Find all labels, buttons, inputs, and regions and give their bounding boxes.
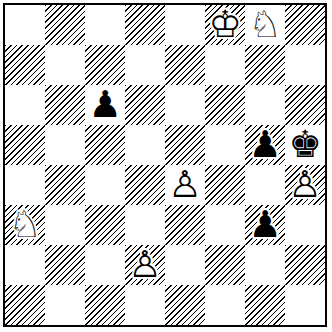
square-h6[interactable] bbox=[285, 85, 325, 125]
black-pawn: ♟ bbox=[85, 85, 125, 125]
square-f4[interactable] bbox=[205, 165, 245, 205]
square-f7[interactable] bbox=[205, 45, 245, 85]
square-g3[interactable]: ♟♟ bbox=[245, 205, 285, 245]
square-f6[interactable] bbox=[205, 85, 245, 125]
square-a7[interactable] bbox=[5, 45, 45, 85]
square-e7[interactable] bbox=[165, 45, 205, 85]
square-a6[interactable] bbox=[5, 85, 45, 125]
white-pawn: ♙ bbox=[125, 245, 165, 285]
square-e6[interactable] bbox=[165, 85, 205, 125]
square-f8[interactable]: ♚♔ bbox=[205, 5, 245, 45]
square-f1[interactable] bbox=[205, 285, 245, 325]
square-g1[interactable] bbox=[245, 285, 285, 325]
square-g6[interactable] bbox=[245, 85, 285, 125]
square-g4[interactable] bbox=[245, 165, 285, 205]
square-h1[interactable] bbox=[285, 285, 325, 325]
square-f2[interactable] bbox=[205, 245, 245, 285]
square-h2[interactable] bbox=[285, 245, 325, 285]
square-c8[interactable] bbox=[85, 5, 125, 45]
square-e3[interactable] bbox=[165, 205, 205, 245]
square-b3[interactable] bbox=[45, 205, 85, 245]
square-h8[interactable] bbox=[285, 5, 325, 45]
square-e1[interactable] bbox=[165, 285, 205, 325]
square-a3[interactable]: ♞♘ bbox=[5, 205, 45, 245]
square-e8[interactable] bbox=[165, 5, 205, 45]
white-knight: ♘ bbox=[245, 5, 285, 45]
square-d7[interactable] bbox=[125, 45, 165, 85]
square-f5[interactable] bbox=[205, 125, 245, 165]
square-d2[interactable]: ♟♙ bbox=[125, 245, 165, 285]
white-king: ♔ bbox=[205, 5, 245, 45]
square-b1[interactable] bbox=[45, 285, 85, 325]
black-king: ♚ bbox=[285, 125, 325, 165]
square-b2[interactable] bbox=[45, 245, 85, 285]
chess-diagram-frame: ♚♔♞♘♟♟♟♟♚♚♟♙♟♙♞♘♟♟♟♙ bbox=[0, 0, 332, 332]
square-c4[interactable] bbox=[85, 165, 125, 205]
square-d6[interactable] bbox=[125, 85, 165, 125]
square-a4[interactable] bbox=[5, 165, 45, 205]
square-a1[interactable] bbox=[5, 285, 45, 325]
square-e4[interactable]: ♟♙ bbox=[165, 165, 205, 205]
square-b4[interactable] bbox=[45, 165, 85, 205]
white-pawn: ♙ bbox=[165, 165, 205, 205]
chess-board: ♚♔♞♘♟♟♟♟♚♚♟♙♟♙♞♘♟♟♟♙ bbox=[3, 3, 327, 327]
square-h7[interactable] bbox=[285, 45, 325, 85]
square-g8[interactable]: ♞♘ bbox=[245, 5, 285, 45]
square-g7[interactable] bbox=[245, 45, 285, 85]
square-e2[interactable] bbox=[165, 245, 205, 285]
square-b5[interactable] bbox=[45, 125, 85, 165]
square-c6[interactable]: ♟♟ bbox=[85, 85, 125, 125]
square-h5[interactable]: ♚♚ bbox=[285, 125, 325, 165]
square-g5[interactable]: ♟♟ bbox=[245, 125, 285, 165]
square-a2[interactable] bbox=[5, 245, 45, 285]
white-knight: ♘ bbox=[5, 205, 45, 245]
square-d3[interactable] bbox=[125, 205, 165, 245]
square-d4[interactable] bbox=[125, 165, 165, 205]
square-c7[interactable] bbox=[85, 45, 125, 85]
square-c3[interactable] bbox=[85, 205, 125, 245]
square-d8[interactable] bbox=[125, 5, 165, 45]
square-c2[interactable] bbox=[85, 245, 125, 285]
white-pawn: ♙ bbox=[285, 165, 325, 205]
square-d5[interactable] bbox=[125, 125, 165, 165]
square-e5[interactable] bbox=[165, 125, 205, 165]
black-pawn: ♟ bbox=[245, 205, 285, 245]
square-b7[interactable] bbox=[45, 45, 85, 85]
black-pawn: ♟ bbox=[245, 125, 285, 165]
square-c5[interactable] bbox=[85, 125, 125, 165]
square-f3[interactable] bbox=[205, 205, 245, 245]
square-c1[interactable] bbox=[85, 285, 125, 325]
square-h4[interactable]: ♟♙ bbox=[285, 165, 325, 205]
square-h3[interactable] bbox=[285, 205, 325, 245]
square-b8[interactable] bbox=[45, 5, 85, 45]
square-a8[interactable] bbox=[5, 5, 45, 45]
square-b6[interactable] bbox=[45, 85, 85, 125]
square-a5[interactable] bbox=[5, 125, 45, 165]
square-d1[interactable] bbox=[125, 285, 165, 325]
square-g2[interactable] bbox=[245, 245, 285, 285]
